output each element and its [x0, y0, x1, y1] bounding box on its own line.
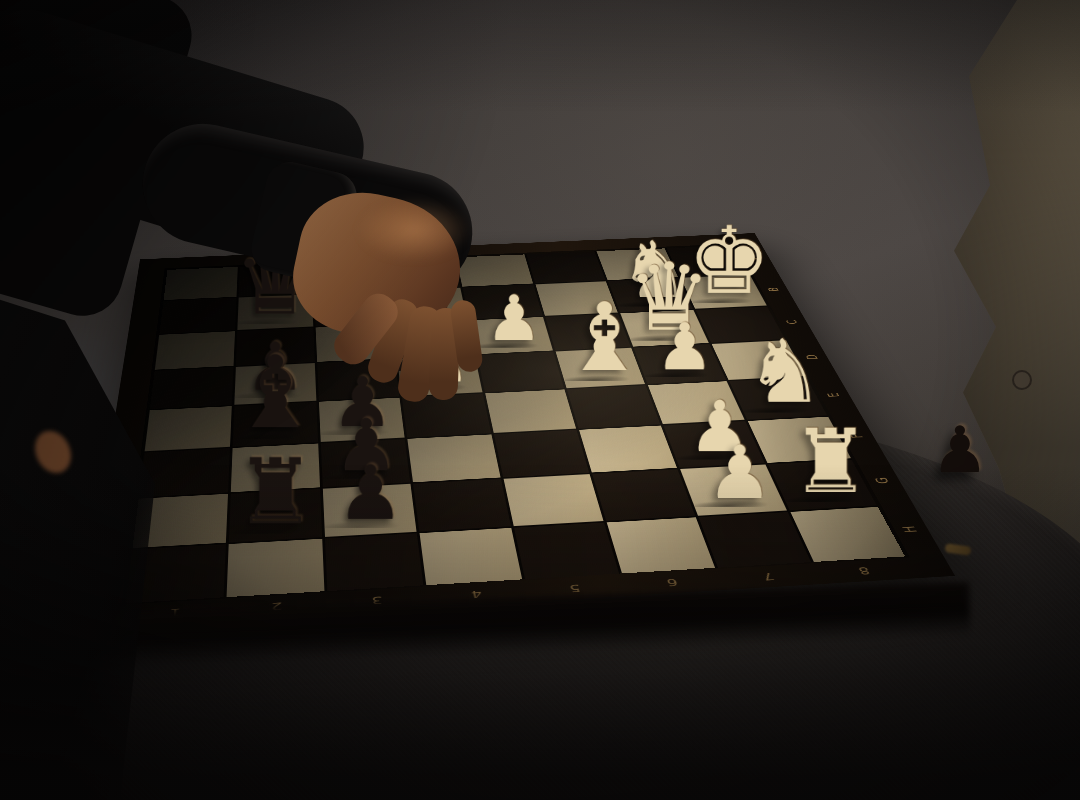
square-c7[interactable] — [236, 328, 314, 366]
white-pawn-d2[interactable]: ♟ — [645, 272, 724, 377]
square-c4[interactable]: ♟ — [469, 317, 553, 354]
coat-button — [1012, 370, 1032, 390]
square-d4[interactable] — [477, 352, 564, 392]
square-d7[interactable]: ♟ — [235, 363, 316, 404]
square-c8[interactable] — [155, 331, 235, 370]
white-pawn-c4[interactable]: ♟ — [475, 246, 552, 348]
square-a3[interactable] — [526, 251, 605, 283]
photo-scene: ♛♚♟♞♚♟♛♟♟♝♟♝♟♞♟♟♜♟♟♜ 12345678 ABCDEFGH ♟… — [0, 0, 1080, 800]
square-a1[interactable] — [666, 245, 749, 277]
coordinate-label: C — [752, 315, 833, 329]
coordinate-label: D — [770, 349, 854, 364]
square-c2[interactable]: ♛ — [620, 310, 708, 347]
coordinate-label: A — [719, 253, 794, 265]
square-b1[interactable]: ♚ — [680, 275, 766, 309]
captured-black-pawn[interactable]: ♟ — [922, 418, 998, 482]
white-king-b1[interactable]: ♚ — [692, 206, 765, 303]
coordinate-label: B — [735, 283, 813, 296]
square-b3[interactable] — [535, 281, 617, 315]
square-b8[interactable] — [159, 298, 236, 334]
square-a4[interactable] — [456, 254, 533, 286]
white-queen-c2[interactable]: ♛ — [631, 239, 707, 340]
square-b2[interactable]: ♞ — [608, 278, 692, 312]
white-knight-b2[interactable]: ♞ — [618, 209, 691, 307]
square-a2[interactable] — [597, 248, 678, 280]
square-d8[interactable] — [150, 367, 234, 409]
coordinate-label: E — [790, 387, 878, 404]
square-a8[interactable] — [164, 267, 238, 300]
knuckle-highlight — [356, 198, 472, 262]
white-knight-e1[interactable]: ♞ — [744, 303, 826, 412]
white-bishop-d3[interactable]: ♝ — [565, 275, 644, 381]
square-c1[interactable] — [695, 306, 785, 343]
square-d2[interactable]: ♟ — [634, 344, 726, 384]
square-d1[interactable] — [711, 340, 805, 379]
square-c3[interactable] — [545, 313, 631, 350]
square-d3[interactable]: ♝ — [556, 348, 646, 388]
